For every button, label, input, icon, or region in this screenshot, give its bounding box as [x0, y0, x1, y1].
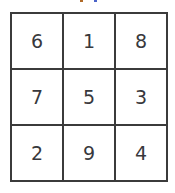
cell-r3c2: 9 — [64, 126, 114, 180]
cell-r2c1: 7 — [12, 70, 62, 124]
magic-square-grid: 6 1 8 7 5 3 2 9 4 — [10, 12, 168, 182]
cell-r2c2: 5 — [64, 70, 114, 124]
page: 6 1 8 7 5 3 2 9 4 — [0, 0, 175, 193]
cell-r3c3: 4 — [116, 126, 166, 180]
clipped-text-remnant-right — [94, 0, 97, 2]
cell-r3c1: 2 — [12, 126, 62, 180]
cell-r1c2: 1 — [64, 14, 114, 68]
clipped-text-remnant-left — [80, 0, 83, 2]
cell-r1c1: 6 — [12, 14, 62, 68]
cell-r1c3: 8 — [116, 14, 166, 68]
cell-r2c3: 3 — [116, 70, 166, 124]
